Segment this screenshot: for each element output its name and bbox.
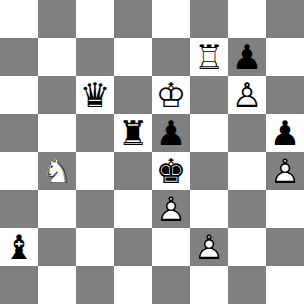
square-h8[interactable] bbox=[266, 0, 304, 38]
black-piece-glyph: ♜ bbox=[114, 114, 152, 152]
square-f8[interactable] bbox=[190, 0, 228, 38]
square-c2[interactable] bbox=[76, 228, 114, 266]
square-g2[interactable] bbox=[228, 228, 266, 266]
square-a8[interactable] bbox=[0, 0, 38, 38]
square-d1[interactable] bbox=[114, 266, 152, 304]
square-h3[interactable] bbox=[266, 190, 304, 228]
square-b1[interactable] bbox=[38, 266, 76, 304]
piece-black-king[interactable]: ♚ bbox=[152, 152, 190, 190]
square-e3[interactable]: ♟♙ bbox=[152, 190, 190, 228]
square-g1[interactable] bbox=[228, 266, 266, 304]
square-c3[interactable] bbox=[76, 190, 114, 228]
square-f7[interactable]: ♜♖ bbox=[190, 38, 228, 76]
square-d5[interactable]: ♜ bbox=[114, 114, 152, 152]
square-f2[interactable]: ♟♙ bbox=[190, 228, 228, 266]
square-a4[interactable] bbox=[0, 152, 38, 190]
square-c8[interactable] bbox=[76, 0, 114, 38]
square-h7[interactable] bbox=[266, 38, 304, 76]
square-g4[interactable] bbox=[228, 152, 266, 190]
square-d7[interactable] bbox=[114, 38, 152, 76]
piece-black-pawn[interactable]: ♟ bbox=[152, 114, 190, 152]
black-piece-glyph: ♚ bbox=[152, 152, 190, 190]
piece-white-pawn[interactable]: ♟♙ bbox=[190, 228, 228, 266]
black-piece-glyph: ♟ bbox=[152, 114, 190, 152]
square-b8[interactable] bbox=[38, 0, 76, 38]
square-h5[interactable]: ♟ bbox=[266, 114, 304, 152]
square-e6[interactable]: ♚♔ bbox=[152, 76, 190, 114]
piece-white-pawn[interactable]: ♟♙ bbox=[152, 190, 190, 228]
square-f4[interactable] bbox=[190, 152, 228, 190]
square-a2[interactable]: ♝ bbox=[0, 228, 38, 266]
square-h1[interactable] bbox=[266, 266, 304, 304]
piece-black-rook[interactable]: ♜ bbox=[114, 114, 152, 152]
black-piece-glyph: ♟ bbox=[266, 114, 304, 152]
square-b3[interactable] bbox=[38, 190, 76, 228]
piece-black-pawn[interactable]: ♟ bbox=[266, 114, 304, 152]
square-c7[interactable] bbox=[76, 38, 114, 76]
piece-black-bishop[interactable]: ♝ bbox=[0, 228, 38, 266]
square-g7[interactable]: ♟ bbox=[228, 38, 266, 76]
piece-white-knight[interactable]: ♞♘ bbox=[38, 152, 76, 190]
square-a5[interactable] bbox=[0, 114, 38, 152]
square-a3[interactable] bbox=[0, 190, 38, 228]
square-e2[interactable] bbox=[152, 228, 190, 266]
white-piece-outline-glyph: ♔ bbox=[152, 76, 190, 114]
white-piece-outline-glyph: ♖ bbox=[190, 38, 228, 76]
white-piece-outline-glyph: ♘ bbox=[38, 152, 76, 190]
square-c1[interactable] bbox=[76, 266, 114, 304]
black-piece-glyph: ♟ bbox=[228, 38, 266, 76]
square-b6[interactable] bbox=[38, 76, 76, 114]
square-c5[interactable] bbox=[76, 114, 114, 152]
square-e5[interactable]: ♟ bbox=[152, 114, 190, 152]
square-h6[interactable] bbox=[266, 76, 304, 114]
piece-white-king[interactable]: ♚♔ bbox=[152, 76, 190, 114]
square-f1[interactable] bbox=[190, 266, 228, 304]
square-c6[interactable]: ♛ bbox=[76, 76, 114, 114]
square-d2[interactable] bbox=[114, 228, 152, 266]
square-d6[interactable] bbox=[114, 76, 152, 114]
white-piece-outline-glyph: ♙ bbox=[152, 190, 190, 228]
square-f6[interactable] bbox=[190, 76, 228, 114]
square-g3[interactable] bbox=[228, 190, 266, 228]
piece-black-queen[interactable]: ♛ bbox=[76, 76, 114, 114]
square-b5[interactable] bbox=[38, 114, 76, 152]
square-g6[interactable]: ♟♙ bbox=[228, 76, 266, 114]
square-b4[interactable]: ♞♘ bbox=[38, 152, 76, 190]
square-d4[interactable] bbox=[114, 152, 152, 190]
square-e4[interactable]: ♚ bbox=[152, 152, 190, 190]
square-h2[interactable] bbox=[266, 228, 304, 266]
square-e7[interactable] bbox=[152, 38, 190, 76]
square-f3[interactable] bbox=[190, 190, 228, 228]
square-d8[interactable] bbox=[114, 0, 152, 38]
black-piece-glyph: ♛ bbox=[76, 76, 114, 114]
square-a1[interactable] bbox=[0, 266, 38, 304]
square-d3[interactable] bbox=[114, 190, 152, 228]
white-piece-outline-glyph: ♙ bbox=[190, 228, 228, 266]
square-h4[interactable]: ♟♙ bbox=[266, 152, 304, 190]
square-e8[interactable] bbox=[152, 0, 190, 38]
square-b7[interactable] bbox=[38, 38, 76, 76]
white-piece-outline-glyph: ♙ bbox=[266, 152, 304, 190]
piece-black-pawn[interactable]: ♟ bbox=[228, 38, 266, 76]
piece-white-rook[interactable]: ♜♖ bbox=[190, 38, 228, 76]
square-a6[interactable] bbox=[0, 76, 38, 114]
square-a7[interactable] bbox=[0, 38, 38, 76]
square-g8[interactable] bbox=[228, 0, 266, 38]
chess-board: ♜♖♟♛♚♔♟♙♜♟♟♞♘♚♟♙♟♙♝♟♙ bbox=[0, 0, 304, 304]
white-piece-outline-glyph: ♙ bbox=[228, 76, 266, 114]
black-piece-glyph: ♝ bbox=[0, 228, 38, 266]
piece-white-pawn[interactable]: ♟♙ bbox=[228, 76, 266, 114]
square-g5[interactable] bbox=[228, 114, 266, 152]
square-b2[interactable] bbox=[38, 228, 76, 266]
square-e1[interactable] bbox=[152, 266, 190, 304]
square-f5[interactable] bbox=[190, 114, 228, 152]
piece-white-pawn[interactable]: ♟♙ bbox=[266, 152, 304, 190]
square-c4[interactable] bbox=[76, 152, 114, 190]
